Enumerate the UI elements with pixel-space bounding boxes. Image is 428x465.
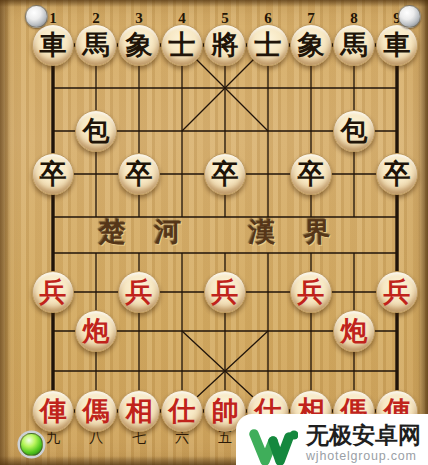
red-piece-仕-f4r9[interactable]: 仕 xyxy=(161,390,203,432)
red-piece-兵-f9r6[interactable]: 兵 xyxy=(376,271,418,313)
red-piece-俥-f1r9[interactable]: 俥 xyxy=(32,390,74,432)
black-piece-卒-f3r3[interactable]: 卒 xyxy=(118,153,160,195)
board-pin-top-right xyxy=(398,5,421,28)
xiangqi-app-screen: 123456789九八七六五四三二一 楚河漢界 車馬象士將士象馬車包包卒卒卒卒卒… xyxy=(0,0,428,465)
red-piece-兵-f1r6[interactable]: 兵 xyxy=(32,271,74,313)
board-pin-bottom-left xyxy=(20,433,43,456)
watermark-site-name: 无极安卓网 xyxy=(306,422,421,448)
red-piece-炮-f8r7[interactable]: 炮 xyxy=(333,310,375,352)
file-label-bottom-2: 八 xyxy=(89,431,103,445)
black-piece-士-f4r0[interactable]: 士 xyxy=(161,24,203,66)
red-piece-炮-f2r7[interactable]: 炮 xyxy=(75,310,117,352)
red-piece-兵-f5r6[interactable]: 兵 xyxy=(204,271,246,313)
black-piece-車-f1r0[interactable]: 車 xyxy=(32,24,74,66)
red-piece-傌-f2r9[interactable]: 傌 xyxy=(75,390,117,432)
black-piece-卒-f1r3[interactable]: 卒 xyxy=(32,153,74,195)
board-pin-top-left xyxy=(25,5,48,28)
red-piece-兵-f7r6[interactable]: 兵 xyxy=(290,271,332,313)
file-label-bottom-4: 六 xyxy=(175,431,189,445)
file-label-bottom-5: 五 xyxy=(218,431,232,445)
black-piece-包-f2r2[interactable]: 包 xyxy=(75,110,117,152)
black-piece-士-f6r0[interactable]: 士 xyxy=(247,24,289,66)
black-piece-包-f8r2[interactable]: 包 xyxy=(333,110,375,152)
river-inscription-char: 河 xyxy=(155,219,182,246)
black-piece-象-f3r0[interactable]: 象 xyxy=(118,24,160,66)
file-label-bottom-3: 七 xyxy=(132,431,146,445)
black-piece-象-f7r0[interactable]: 象 xyxy=(290,24,332,66)
black-piece-馬-f2r0[interactable]: 馬 xyxy=(75,24,117,66)
black-piece-卒-f7r3[interactable]: 卒 xyxy=(290,153,332,195)
river-inscription-char: 楚 xyxy=(99,219,126,246)
red-piece-兵-f3r6[interactable]: 兵 xyxy=(118,271,160,313)
file-label-bottom-1: 九 xyxy=(46,431,60,445)
watermark-banner: 无极安卓网 wjhotelgroup.com xyxy=(236,414,428,465)
black-piece-馬-f8r0[interactable]: 馬 xyxy=(333,24,375,66)
river-inscription-char: 界 xyxy=(304,219,331,246)
black-piece-卒-f5r3[interactable]: 卒 xyxy=(204,153,246,195)
black-piece-車-f9r0[interactable]: 車 xyxy=(376,24,418,66)
black-piece-卒-f9r3[interactable]: 卒 xyxy=(376,153,418,195)
river-inscription-char: 漢 xyxy=(249,219,276,246)
red-piece-相-f3r9[interactable]: 相 xyxy=(118,390,160,432)
watermark-site-domain: wjhotelgroup.com xyxy=(306,449,421,463)
watermark-logo-icon xyxy=(248,422,298,465)
black-piece-將-f5r0[interactable]: 將 xyxy=(204,24,246,66)
